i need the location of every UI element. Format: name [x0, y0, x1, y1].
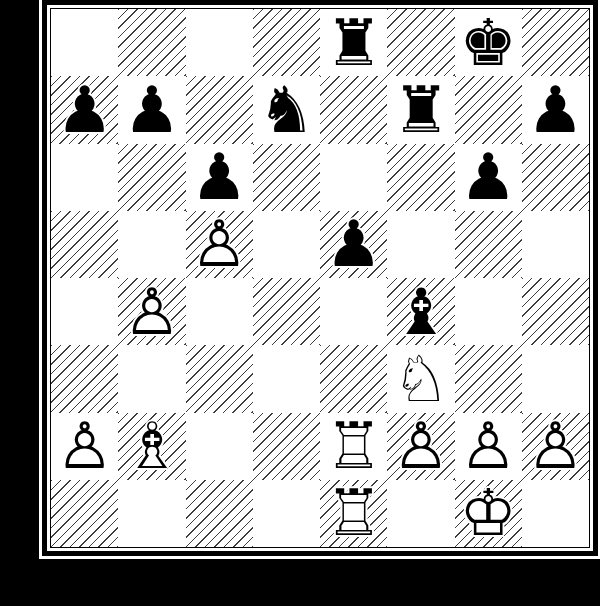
chess-board-frame: ♜♚♟♟♞♜♟♟♟♟♙♟♟♙♝♞♘♟♙♝♗♜♖♟♙♟♙♟♙♜♖♚♔	[39, 0, 600, 559]
square-d1[interactable]	[253, 480, 320, 547]
black-pawn-icon: ♟	[522, 76, 589, 143]
white-pawn-icon: ♙	[186, 211, 253, 278]
chess-board-border: ♜♚♟♟♞♜♟♟♟♟♙♟♟♙♝♞♘♟♙♝♗♜♖♟♙♟♙♟♙♜♖♚♔	[42, 0, 598, 556]
white-pawn-icon: ♙	[455, 413, 522, 480]
square-h5[interactable]	[522, 211, 589, 278]
square-h4[interactable]	[522, 278, 589, 345]
square-b8[interactable]	[118, 9, 185, 76]
square-h6[interactable]	[522, 144, 589, 211]
square-d7[interactable]: ♞	[253, 76, 320, 143]
square-c3[interactable]	[186, 345, 253, 412]
square-b7[interactable]: ♟	[118, 76, 185, 143]
square-b3[interactable]	[118, 345, 185, 412]
piece-black-pawn-c6[interactable]: ♟	[186, 144, 253, 211]
black-king-icon: ♚	[455, 9, 522, 76]
piece-white-rook-e2[interactable]: ♜♖	[320, 413, 387, 480]
square-f1[interactable]	[387, 480, 454, 547]
square-g1[interactable]: ♚♔	[455, 480, 522, 547]
black-knight-icon: ♞	[253, 76, 320, 143]
square-e5[interactable]: ♟	[320, 211, 387, 278]
black-bishop-icon: ♝	[387, 278, 454, 345]
square-g3[interactable]	[455, 345, 522, 412]
chess-board: ♜♚♟♟♞♜♟♟♟♟♙♟♟♙♝♞♘♟♙♝♗♜♖♟♙♟♙♟♙♜♖♚♔	[50, 8, 590, 548]
square-a5[interactable]	[51, 211, 118, 278]
square-a3[interactable]	[51, 345, 118, 412]
piece-white-bishop-b2[interactable]: ♝♗	[118, 413, 185, 480]
square-h8[interactable]	[522, 9, 589, 76]
square-d8[interactable]	[253, 9, 320, 76]
square-e8[interactable]: ♜	[320, 9, 387, 76]
white-bishop-icon: ♗	[118, 413, 185, 480]
piece-white-knight-f3[interactable]: ♞♘	[387, 345, 454, 412]
square-e1[interactable]: ♜♖	[320, 480, 387, 547]
square-c7[interactable]	[186, 76, 253, 143]
white-rook-icon: ♖	[320, 413, 387, 480]
white-pawn-icon: ♙	[522, 413, 589, 480]
piece-black-pawn-b7[interactable]: ♟	[118, 76, 185, 143]
square-d4[interactable]	[253, 278, 320, 345]
white-knight-icon: ♘	[387, 345, 454, 412]
square-b4[interactable]: ♟♙	[118, 278, 185, 345]
piece-black-pawn-h7[interactable]: ♟	[522, 76, 589, 143]
black-pawn-icon: ♟	[320, 211, 387, 278]
square-f7[interactable]: ♜	[387, 76, 454, 143]
square-e7[interactable]	[320, 76, 387, 143]
square-e3[interactable]	[320, 345, 387, 412]
piece-black-knight-d7[interactable]: ♞	[253, 76, 320, 143]
square-b2[interactable]: ♝♗	[118, 413, 185, 480]
square-g8[interactable]: ♚	[455, 9, 522, 76]
black-pawn-icon: ♟	[455, 144, 522, 211]
white-pawn-icon: ♙	[51, 413, 118, 480]
page-background: ♜♚♟♟♞♜♟♟♟♟♙♟♟♙♝♞♘♟♙♝♗♜♖♟♙♟♙♟♙♜♖♚♔	[0, 0, 600, 606]
square-c4[interactable]	[186, 278, 253, 345]
piece-black-rook-f7[interactable]: ♜	[387, 76, 454, 143]
square-g4[interactable]	[455, 278, 522, 345]
piece-black-pawn-g6[interactable]: ♟	[455, 144, 522, 211]
square-a7[interactable]: ♟	[51, 76, 118, 143]
piece-white-pawn-c5[interactable]: ♟♙	[186, 211, 253, 278]
square-f4[interactable]: ♝	[387, 278, 454, 345]
square-e4[interactable]	[320, 278, 387, 345]
square-a6[interactable]	[51, 144, 118, 211]
square-c1[interactable]	[186, 480, 253, 547]
piece-black-king-g8[interactable]: ♚	[455, 9, 522, 76]
black-pawn-icon: ♟	[51, 76, 118, 143]
square-b1[interactable]	[118, 480, 185, 547]
square-e2[interactable]: ♜♖	[320, 413, 387, 480]
square-d3[interactable]	[253, 345, 320, 412]
square-g7[interactable]	[455, 76, 522, 143]
square-a2[interactable]: ♟♙	[51, 413, 118, 480]
square-h2[interactable]: ♟♙	[522, 413, 589, 480]
square-f2[interactable]: ♟♙	[387, 413, 454, 480]
square-d2[interactable]	[253, 413, 320, 480]
piece-black-bishop-f4[interactable]: ♝	[387, 278, 454, 345]
piece-white-pawn-f2[interactable]: ♟♙	[387, 413, 454, 480]
square-a4[interactable]	[51, 278, 118, 345]
square-d5[interactable]	[253, 211, 320, 278]
square-b6[interactable]	[118, 144, 185, 211]
square-h7[interactable]: ♟	[522, 76, 589, 143]
piece-black-pawn-e5[interactable]: ♟	[320, 211, 387, 278]
square-e6[interactable]	[320, 144, 387, 211]
square-c6[interactable]: ♟	[186, 144, 253, 211]
square-b5[interactable]	[118, 211, 185, 278]
square-f6[interactable]	[387, 144, 454, 211]
white-pawn-icon: ♙	[387, 413, 454, 480]
square-a1[interactable]	[51, 480, 118, 547]
square-a8[interactable]	[51, 9, 118, 76]
square-c5[interactable]: ♟♙	[186, 211, 253, 278]
square-f3[interactable]: ♞♘	[387, 345, 454, 412]
square-h1[interactable]	[522, 480, 589, 547]
piece-white-pawn-h2[interactable]: ♟♙	[522, 413, 589, 480]
black-pawn-icon: ♟	[118, 76, 185, 143]
white-king-icon: ♔	[455, 480, 522, 547]
square-c8[interactable]	[186, 9, 253, 76]
square-f5[interactable]	[387, 211, 454, 278]
piece-black-rook-e8[interactable]: ♜	[320, 9, 387, 76]
piece-white-king-g1[interactable]: ♚♔	[455, 480, 522, 547]
white-pawn-icon: ♙	[118, 278, 185, 345]
square-g2[interactable]: ♟♙	[455, 413, 522, 480]
square-g6[interactable]: ♟	[455, 144, 522, 211]
piece-white-pawn-b4[interactable]: ♟♙	[118, 278, 185, 345]
white-rook-icon: ♖	[320, 480, 387, 547]
square-f8[interactable]	[387, 9, 454, 76]
square-h3[interactable]	[522, 345, 589, 412]
black-rook-icon: ♜	[387, 76, 454, 143]
piece-white-rook-e1[interactable]: ♜♖	[320, 480, 387, 547]
piece-white-pawn-g2[interactable]: ♟♙	[455, 413, 522, 480]
square-c2[interactable]	[186, 413, 253, 480]
piece-white-pawn-a2[interactable]: ♟♙	[51, 413, 118, 480]
square-g5[interactable]	[455, 211, 522, 278]
black-rook-icon: ♜	[320, 9, 387, 76]
black-pawn-icon: ♟	[186, 144, 253, 211]
piece-black-pawn-a7[interactable]: ♟	[51, 76, 118, 143]
square-d6[interactable]	[253, 144, 320, 211]
